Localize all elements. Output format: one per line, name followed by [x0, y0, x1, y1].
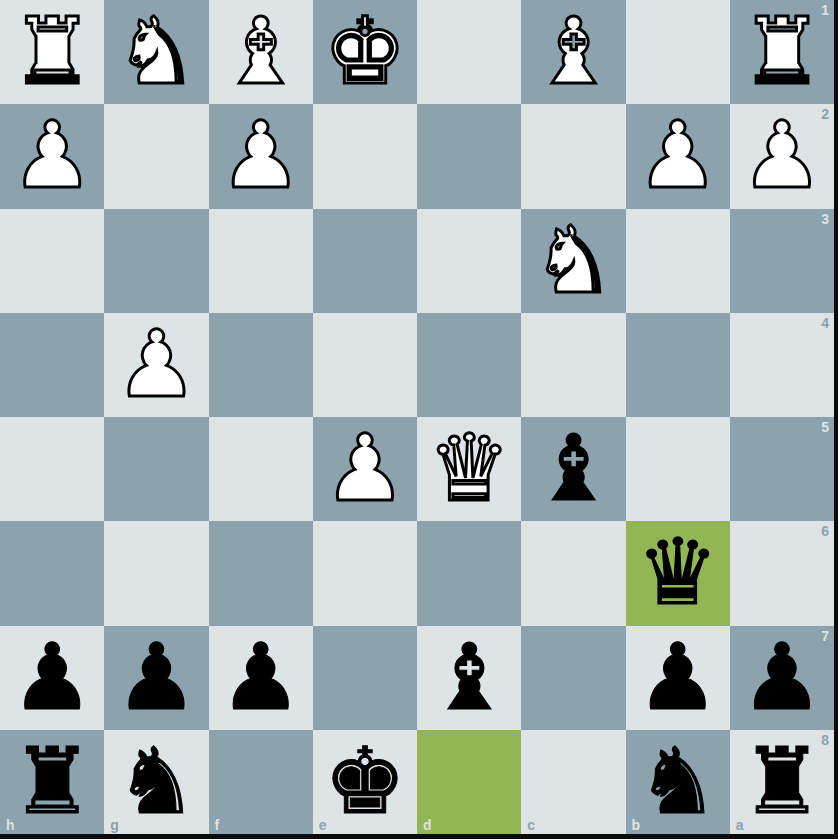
square-a6[interactable]: 6 [730, 521, 834, 625]
square-h3[interactable] [0, 209, 104, 313]
square-e3[interactable] [313, 209, 417, 313]
square-d3[interactable] [417, 209, 521, 313]
square-h2[interactable]: ♟ [0, 104, 104, 208]
square-d8[interactable]: d [417, 730, 521, 834]
square-b2[interactable]: ♟ [626, 104, 730, 208]
square-a7[interactable]: 7♟ [730, 626, 834, 730]
square-e2[interactable] [313, 104, 417, 208]
square-c2[interactable] [521, 104, 625, 208]
square-b8[interactable]: b♞ [626, 730, 730, 834]
square-a2[interactable]: 2♟ [730, 104, 834, 208]
white-pawn-b2[interactable]: ♟ [626, 104, 730, 208]
square-d2[interactable] [417, 104, 521, 208]
black-rook-h8[interactable]: ♜ [0, 730, 104, 834]
black-pawn-g7[interactable]: ♟ [104, 626, 208, 730]
black-knight-b8[interactable]: ♞ [626, 730, 730, 834]
square-f7[interactable]: ♟ [209, 626, 313, 730]
square-e1[interactable]: ♚ [313, 0, 417, 104]
square-b5[interactable] [626, 417, 730, 521]
square-f5[interactable] [209, 417, 313, 521]
square-f2[interactable]: ♟ [209, 104, 313, 208]
square-f1[interactable]: ♝ [209, 0, 313, 104]
black-pawn-a7[interactable]: ♟ [730, 626, 834, 730]
square-e6[interactable] [313, 521, 417, 625]
square-e4[interactable] [313, 313, 417, 417]
white-pawn-h2[interactable]: ♟ [0, 104, 104, 208]
square-h8[interactable]: h♜ [0, 730, 104, 834]
white-bishop-f1[interactable]: ♝ [209, 0, 313, 104]
rank-label-4: 4 [821, 316, 829, 330]
square-d6[interactable] [417, 521, 521, 625]
square-b3[interactable] [626, 209, 730, 313]
white-knight-c3[interactable]: ♞ [521, 209, 625, 313]
white-pawn-a2[interactable]: ♟ [730, 104, 834, 208]
square-b7[interactable]: ♟ [626, 626, 730, 730]
square-g3[interactable] [104, 209, 208, 313]
rank-label-5: 5 [821, 420, 829, 434]
square-h5[interactable] [0, 417, 104, 521]
square-c1[interactable]: ♝ [521, 0, 625, 104]
square-c3[interactable]: ♞ [521, 209, 625, 313]
white-pawn-f2[interactable]: ♟ [209, 104, 313, 208]
black-pawn-f7[interactable]: ♟ [209, 626, 313, 730]
chess-board: ♜♞♝♚♝1♜♟♟♟2♟♞3♟4♟♛♝5♛6♟♟♟♝♟7♟h♜g♞fe♚dcb♞… [0, 0, 834, 834]
square-d4[interactable] [417, 313, 521, 417]
square-e7[interactable] [313, 626, 417, 730]
file-label-d: d [423, 818, 432, 832]
rank-label-3: 3 [821, 212, 829, 226]
rank-label-6: 6 [821, 524, 829, 538]
black-rook-a8[interactable]: ♜ [730, 730, 834, 834]
white-pawn-g4[interactable]: ♟ [104, 313, 208, 417]
square-f3[interactable] [209, 209, 313, 313]
white-queen-d5[interactable]: ♛ [417, 417, 521, 521]
file-label-f: f [215, 818, 220, 832]
square-c6[interactable] [521, 521, 625, 625]
square-h1[interactable]: ♜ [0, 0, 104, 104]
square-a4[interactable]: 4 [730, 313, 834, 417]
black-queen-b6[interactable]: ♛ [626, 521, 730, 625]
square-b4[interactable] [626, 313, 730, 417]
square-a3[interactable]: 3 [730, 209, 834, 313]
square-a8[interactable]: 8a♜ [730, 730, 834, 834]
square-c5[interactable]: ♝ [521, 417, 625, 521]
square-h6[interactable] [0, 521, 104, 625]
square-b1[interactable] [626, 0, 730, 104]
square-g7[interactable]: ♟ [104, 626, 208, 730]
square-g5[interactable] [104, 417, 208, 521]
black-king-e8[interactable]: ♚ [313, 730, 417, 834]
square-g8[interactable]: g♞ [104, 730, 208, 834]
square-g6[interactable] [104, 521, 208, 625]
file-label-c: c [527, 818, 535, 832]
white-bishop-c1[interactable]: ♝ [521, 0, 625, 104]
chess-app: ♜♞♝♚♝1♜♟♟♟2♟♞3♟4♟♛♝5♛6♟♟♟♝♟7♟h♜g♞fe♚dcb♞… [0, 0, 838, 839]
square-g2[interactable] [104, 104, 208, 208]
square-g4[interactable]: ♟ [104, 313, 208, 417]
square-e5[interactable]: ♟ [313, 417, 417, 521]
square-c7[interactable] [521, 626, 625, 730]
square-f4[interactable] [209, 313, 313, 417]
white-king-e1[interactable]: ♚ [313, 0, 417, 104]
white-knight-g1[interactable]: ♞ [104, 0, 208, 104]
square-d1[interactable] [417, 0, 521, 104]
black-pawn-b7[interactable]: ♟ [626, 626, 730, 730]
white-pawn-e5[interactable]: ♟ [313, 417, 417, 521]
square-b6[interactable]: ♛ [626, 521, 730, 625]
square-g1[interactable]: ♞ [104, 0, 208, 104]
square-a1[interactable]: 1♜ [730, 0, 834, 104]
black-bishop-d7[interactable]: ♝ [417, 626, 521, 730]
square-f8[interactable]: f [209, 730, 313, 834]
square-f6[interactable] [209, 521, 313, 625]
white-rook-h1[interactable]: ♜ [0, 0, 104, 104]
square-c4[interactable] [521, 313, 625, 417]
black-knight-g8[interactable]: ♞ [104, 730, 208, 834]
square-a5[interactable]: 5 [730, 417, 834, 521]
black-bishop-c5[interactable]: ♝ [521, 417, 625, 521]
square-c8[interactable]: c [521, 730, 625, 834]
black-pawn-h7[interactable]: ♟ [0, 626, 104, 730]
square-h7[interactable]: ♟ [0, 626, 104, 730]
square-e8[interactable]: e♚ [313, 730, 417, 834]
white-rook-a1[interactable]: ♜ [730, 0, 834, 104]
square-h4[interactable] [0, 313, 104, 417]
square-d5[interactable]: ♛ [417, 417, 521, 521]
square-d7[interactable]: ♝ [417, 626, 521, 730]
